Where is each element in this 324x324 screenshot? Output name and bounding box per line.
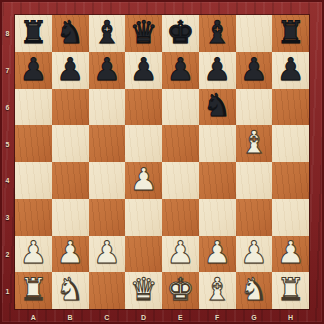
piece-black-pawn[interactable]: ♟ xyxy=(203,54,231,85)
square-f7[interactable]: ♟ xyxy=(199,52,236,89)
square-g1[interactable]: ♞ xyxy=(236,272,273,309)
square-b5[interactable] xyxy=(52,125,89,162)
piece-white-pawn[interactable]: ♟ xyxy=(277,237,305,268)
square-h6[interactable] xyxy=(272,89,309,126)
square-f2[interactable]: ♟ xyxy=(199,236,236,273)
square-c5[interactable] xyxy=(89,125,126,162)
piece-black-queen[interactable]: ♛ xyxy=(130,17,158,48)
piece-black-pawn[interactable]: ♟ xyxy=(56,54,84,85)
square-a7[interactable]: ♟ xyxy=(15,52,52,89)
square-f5[interactable] xyxy=(199,125,236,162)
square-a5[interactable] xyxy=(15,125,52,162)
file-label-H: H xyxy=(288,313,293,320)
piece-black-pawn[interactable]: ♟ xyxy=(93,54,121,85)
piece-black-knight[interactable]: ♞ xyxy=(203,90,231,121)
square-b1[interactable]: ♞ xyxy=(52,272,89,309)
piece-white-king[interactable]: ♚ xyxy=(166,274,194,305)
square-b3[interactable] xyxy=(52,199,89,236)
square-b2[interactable]: ♟ xyxy=(52,236,89,273)
square-f8[interactable]: ♝ xyxy=(199,15,236,52)
square-b8[interactable]: ♞ xyxy=(52,15,89,52)
piece-black-pawn[interactable]: ♟ xyxy=(277,54,305,85)
square-e1[interactable]: ♚ xyxy=(162,272,199,309)
file-label-E: E xyxy=(178,313,183,320)
square-a6[interactable] xyxy=(15,89,52,126)
square-e2[interactable]: ♟ xyxy=(162,236,199,273)
square-e5[interactable] xyxy=(162,125,199,162)
square-h3[interactable] xyxy=(272,199,309,236)
square-g5[interactable]: ♝ xyxy=(236,125,273,162)
piece-black-pawn[interactable]: ♟ xyxy=(166,54,194,85)
square-h5[interactable] xyxy=(272,125,309,162)
square-g7[interactable]: ♟ xyxy=(236,52,273,89)
piece-black-pawn[interactable]: ♟ xyxy=(19,54,47,85)
square-d5[interactable] xyxy=(125,125,162,162)
rank-label-1: 1 xyxy=(6,287,10,294)
square-c1[interactable] xyxy=(89,272,126,309)
piece-white-bishop[interactable]: ♝ xyxy=(203,274,231,305)
square-a3[interactable] xyxy=(15,199,52,236)
square-c2[interactable]: ♟ xyxy=(89,236,126,273)
square-g3[interactable] xyxy=(236,199,273,236)
piece-black-pawn[interactable]: ♟ xyxy=(130,54,158,85)
file-label-F: F xyxy=(215,313,219,320)
rank-label-8: 8 xyxy=(6,30,10,37)
piece-white-pawn[interactable]: ♟ xyxy=(19,237,47,268)
square-d2[interactable] xyxy=(125,236,162,273)
piece-black-rook[interactable]: ♜ xyxy=(19,17,47,48)
square-g4[interactable] xyxy=(236,162,273,199)
square-b4[interactable] xyxy=(52,162,89,199)
square-e3[interactable] xyxy=(162,199,199,236)
file-label-A: A xyxy=(31,313,36,320)
piece-black-bishop[interactable]: ♝ xyxy=(93,17,121,48)
piece-white-pawn[interactable]: ♟ xyxy=(93,237,121,268)
file-label-G: G xyxy=(251,313,256,320)
square-h8[interactable]: ♜ xyxy=(272,15,309,52)
square-e4[interactable] xyxy=(162,162,199,199)
square-h2[interactable]: ♟ xyxy=(272,236,309,273)
square-c7[interactable]: ♟ xyxy=(89,52,126,89)
piece-black-knight[interactable]: ♞ xyxy=(56,17,84,48)
square-a4[interactable] xyxy=(15,162,52,199)
square-d8[interactable]: ♛ xyxy=(125,15,162,52)
piece-white-pawn[interactable]: ♟ xyxy=(56,237,84,268)
square-e7[interactable]: ♟ xyxy=(162,52,199,89)
square-g2[interactable]: ♟ xyxy=(236,236,273,273)
file-label-B: B xyxy=(68,313,73,320)
piece-white-pawn[interactable]: ♟ xyxy=(203,237,231,268)
rank-label-3: 3 xyxy=(6,214,10,221)
square-c6[interactable] xyxy=(89,89,126,126)
square-c4[interactable] xyxy=(89,162,126,199)
rank-label-2: 2 xyxy=(6,250,10,257)
piece-white-rook[interactable]: ♜ xyxy=(19,274,47,305)
square-h7[interactable]: ♟ xyxy=(272,52,309,89)
square-e8[interactable]: ♚ xyxy=(162,15,199,52)
square-f4[interactable] xyxy=(199,162,236,199)
square-b6[interactable] xyxy=(52,89,89,126)
square-c8[interactable]: ♝ xyxy=(89,15,126,52)
square-d1[interactable]: ♛ xyxy=(125,272,162,309)
square-a1[interactable]: ♜ xyxy=(15,272,52,309)
piece-white-bishop[interactable]: ♝ xyxy=(240,127,268,158)
piece-black-pawn[interactable]: ♟ xyxy=(240,54,268,85)
piece-white-rook[interactable]: ♜ xyxy=(277,274,305,305)
square-g6[interactable] xyxy=(236,89,273,126)
square-a8[interactable]: ♜ xyxy=(15,15,52,52)
square-d3[interactable] xyxy=(125,199,162,236)
square-e6[interactable] xyxy=(162,89,199,126)
square-d4[interactable]: ♟ xyxy=(125,162,162,199)
rank-label-6: 6 xyxy=(6,103,10,110)
rank-label-4: 4 xyxy=(6,177,10,184)
piece-white-pawn[interactable]: ♟ xyxy=(130,164,158,195)
square-f3[interactable] xyxy=(199,199,236,236)
piece-black-king[interactable]: ♚ xyxy=(166,17,194,48)
file-label-C: C xyxy=(104,313,109,320)
piece-white-queen[interactable]: ♛ xyxy=(130,274,158,305)
piece-black-bishop[interactable]: ♝ xyxy=(203,17,231,48)
square-d6[interactable] xyxy=(125,89,162,126)
square-b7[interactable]: ♟ xyxy=(52,52,89,89)
square-f6[interactable]: ♞ xyxy=(199,89,236,126)
piece-white-pawn[interactable]: ♟ xyxy=(166,237,194,268)
piece-black-rook[interactable]: ♜ xyxy=(277,17,305,48)
square-f1[interactable]: ♝ xyxy=(199,272,236,309)
square-d7[interactable]: ♟ xyxy=(125,52,162,89)
square-h1[interactable]: ♜ xyxy=(272,272,309,309)
square-c3[interactable] xyxy=(89,199,126,236)
chess-board-widget: ♜♞♝♛♚♝♜♟♟♟♟♟♟♟♟♞♝♟♟♟♟♟♟♟♟♜♞♛♚♝♞♜ 8765432… xyxy=(0,0,324,324)
piece-white-knight[interactable]: ♞ xyxy=(56,274,84,305)
square-g8[interactable] xyxy=(236,15,273,52)
piece-white-knight[interactable]: ♞ xyxy=(240,274,268,305)
rank-label-7: 7 xyxy=(6,67,10,74)
file-label-D: D xyxy=(141,313,146,320)
chess-board[interactable]: ♜♞♝♛♚♝♜♟♟♟♟♟♟♟♟♞♝♟♟♟♟♟♟♟♟♜♞♛♚♝♞♜ xyxy=(15,15,309,309)
square-h4[interactable] xyxy=(272,162,309,199)
square-a2[interactable]: ♟ xyxy=(15,236,52,273)
piece-white-pawn[interactable]: ♟ xyxy=(240,237,268,268)
rank-label-5: 5 xyxy=(6,140,10,147)
